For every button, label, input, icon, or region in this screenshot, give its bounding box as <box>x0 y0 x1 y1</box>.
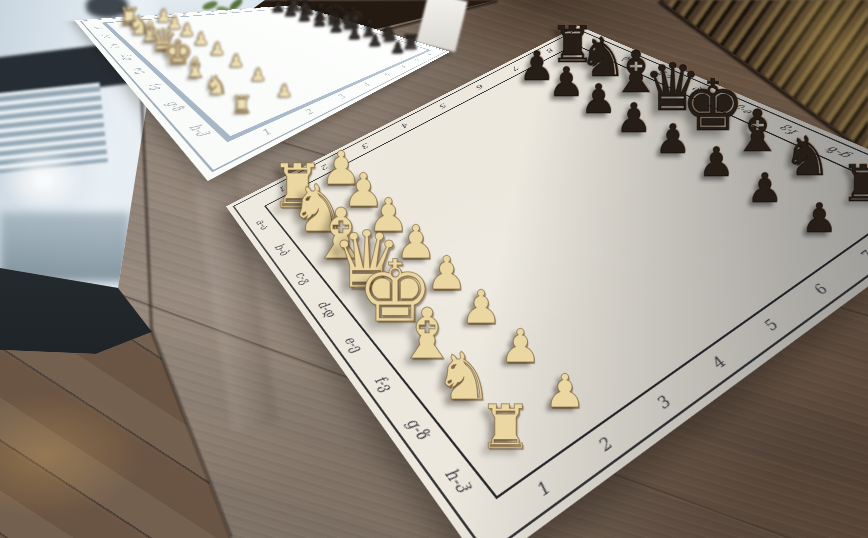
windowsill-object <box>86 0 128 18</box>
street-blur <box>2 146 84 214</box>
rank-label-1-far: 1 <box>119 19 127 21</box>
photo-scene: a-აa-აb-ბb-ბc-გc-გd-დd-დe-ეe-ეf-ვf-ვg-ზg… <box>0 0 868 538</box>
rank-label-2-far: 2 <box>152 16 159 18</box>
